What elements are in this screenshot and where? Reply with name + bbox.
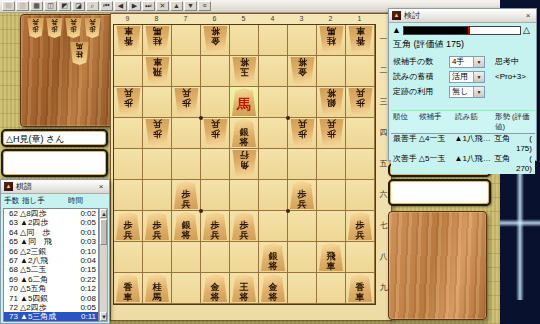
- board-view-icon[interactable]: ◫: [44, 1, 57, 11]
- shogi-piece-sente-歩兵[interactable]: 歩兵: [203, 212, 228, 240]
- table-cell: 次善手: [391, 154, 419, 174]
- piece-kanji: 兵: [298, 200, 307, 210]
- shogi-piece-gote-歩兵[interactable]: 歩兵: [65, 18, 82, 38]
- evaluation-bar: [403, 26, 521, 35]
- square-92[interactable]: [114, 56, 143, 87]
- kifu-cell: 66: [5, 247, 20, 256]
- shogi-piece-gote-桂馬[interactable]: 桂馬: [145, 26, 170, 54]
- square-12[interactable]: [346, 56, 375, 87]
- piece-kanji: 兵: [153, 231, 162, 241]
- piece-kanji: 歩: [211, 129, 220, 139]
- new-game-icon[interactable]: ▤: [2, 1, 15, 11]
- shogi-piece-sente-飛車[interactable]: 飛車: [319, 243, 344, 271]
- gote-comment-box: [1, 149, 108, 177]
- shogi-piece-sente-香車[interactable]: 香車: [348, 274, 373, 302]
- square-59[interactable]: 王将: [230, 273, 259, 304]
- square-23[interactable]: 銀将: [317, 87, 346, 118]
- square-35[interactable]: [288, 149, 317, 180]
- piece-kanji: 玉: [240, 67, 249, 77]
- piece-kanji: 兵: [182, 200, 191, 210]
- table-cell: ▲1八飛…: [454, 154, 494, 174]
- table-cell: ( 270): [516, 154, 535, 174]
- square-43[interactable]: [259, 87, 288, 118]
- piece-kanji: 兵: [298, 119, 307, 129]
- square-88[interactable]: [143, 242, 172, 273]
- candidate-row[interactable]: 最善手△4一玉▲1八飛…互角( 175): [391, 134, 535, 154]
- piece-kanji: 将: [240, 138, 249, 148]
- piece-kanji: 香: [356, 36, 365, 46]
- square-61[interactable]: 金将: [201, 25, 230, 56]
- piece-kanji: 桂: [327, 36, 336, 46]
- kifu-cell: 68: [5, 265, 20, 274]
- square-86[interactable]: [143, 180, 172, 211]
- shogi-piece-gote-玉将[interactable]: 玉将: [232, 57, 257, 85]
- analysis-title: 検討: [404, 10, 520, 21]
- square-28[interactable]: 飛車: [317, 242, 346, 273]
- kifu-move-row[interactable]: 62△8四歩0:02: [4, 209, 98, 218]
- square-69[interactable]: 金将: [201, 273, 230, 304]
- kifu-scrollbar[interactable]: ▲ ▼: [99, 208, 108, 322]
- square-53[interactable]: 馬: [230, 87, 259, 118]
- kifu-cell: 0:12: [76, 284, 97, 293]
- square-75[interactable]: [172, 149, 201, 180]
- kifu-cell: 71: [5, 294, 20, 303]
- shogi-piece-sente-歩兵[interactable]: 歩兵: [290, 181, 315, 209]
- piece-kanji: 将: [240, 293, 249, 303]
- shogi-piece-gote-歩兵[interactable]: 歩兵: [27, 18, 44, 38]
- piece-kanji: 兵: [89, 18, 96, 25]
- analysis-control-row: 候補手の数4手▼思考中: [389, 54, 536, 69]
- square-93[interactable]: 歩兵: [114, 87, 143, 118]
- shogi-piece-gote-歩兵[interactable]: 歩兵: [84, 18, 101, 38]
- shogi-piece-gote-金将[interactable]: 金将: [203, 26, 228, 54]
- square-36[interactable]: 歩兵: [288, 180, 317, 211]
- piece-kanji: 馬: [76, 42, 83, 50]
- square-73[interactable]: 歩兵: [172, 87, 201, 118]
- shogi-piece-sente-馬[interactable]: 馬: [232, 88, 257, 116]
- kifu-window-icon: ▲: [4, 182, 13, 191]
- evaluation-bar-row: ▲ △: [389, 23, 536, 36]
- kifu-move-row[interactable]: 72△2四歩0:05: [4, 303, 98, 312]
- square-95[interactable]: [114, 149, 143, 180]
- square-91[interactable]: 香車: [114, 25, 143, 56]
- kifu-move-row[interactable]: 68△5二玉0:15: [4, 265, 98, 274]
- square-39[interactable]: [288, 273, 317, 304]
- piece-kanji: 車: [153, 57, 162, 67]
- table-header-cell: 読み筋: [455, 112, 495, 132]
- square-56[interactable]: [230, 180, 259, 211]
- kifu-cell: 63: [5, 218, 20, 227]
- file-label: 3: [287, 14, 316, 24]
- analysis-window-icon: ▲: [392, 11, 401, 20]
- piece-kanji: 兵: [51, 18, 58, 25]
- kifu-cell: △同 歩: [20, 228, 76, 237]
- square-47[interactable]: [259, 211, 288, 242]
- table-cell: 互角: [494, 154, 516, 174]
- desktop-light-beam: [498, 219, 540, 227]
- file-label: 6: [200, 14, 229, 24]
- kifu-move-row[interactable]: 69▲6二角0:22: [4, 275, 98, 284]
- kifu-cell: 0:03: [76, 237, 97, 246]
- square-89[interactable]: 桂馬: [143, 273, 172, 304]
- kifu-title: 棋譜: [16, 181, 93, 192]
- save-icon[interactable]: ▦: [30, 1, 43, 11]
- kifu-move-row[interactable]: 65▲同 飛0:03: [4, 237, 98, 246]
- square-79[interactable]: [172, 273, 201, 304]
- board-panel: 987654321 香車桂馬金将桂馬香車飛車玉将金将歩兵歩兵馬銀将歩兵歩兵歩兵銀…: [110, 13, 392, 321]
- square-49[interactable]: 金将: [259, 273, 288, 304]
- square-24[interactable]: 歩兵: [317, 118, 346, 149]
- file-label: 4: [258, 14, 287, 24]
- square-63[interactable]: [201, 87, 230, 118]
- shogi-piece-gote-歩兵[interactable]: 歩兵: [290, 119, 315, 147]
- kifu-move-row[interactable]: 67▲2八飛0:04: [4, 256, 98, 265]
- square-22[interactable]: [317, 56, 346, 87]
- chevron-down-icon[interactable]: ▼: [473, 57, 484, 67]
- kifu-move-row[interactable]: 63▲2四歩0:05: [4, 218, 98, 227]
- evaluation-fill: [404, 27, 469, 34]
- hoshi-dot: [199, 209, 203, 213]
- kifu-titlebar[interactable]: ▲ 棋譜 ×: [1, 180, 109, 194]
- square-67[interactable]: 歩兵: [201, 211, 230, 242]
- control-label: 候補手の数: [393, 56, 445, 67]
- piece-kanji: 金: [298, 67, 307, 77]
- shogi-piece-gote-歩兵[interactable]: 歩兵: [116, 88, 141, 116]
- shogi-piece-sente-歩兵[interactable]: 歩兵: [145, 212, 170, 240]
- control-dropdown[interactable]: 無し▼: [449, 86, 485, 98]
- piece-kanji: 兵: [211, 119, 220, 129]
- piece-kanji: 兵: [240, 231, 249, 241]
- shogi-piece-sente-銀将[interactable]: 銀将: [261, 243, 286, 271]
- table-header-cell: 候補手: [419, 112, 455, 132]
- kifu-cell: 72: [5, 303, 20, 312]
- kifu-cell: △2三銀: [20, 247, 76, 256]
- square-66[interactable]: [201, 180, 230, 211]
- square-65[interactable]: [201, 149, 230, 180]
- square-64[interactable]: 歩兵: [201, 118, 230, 149]
- gote-triangle-icon: △: [523, 26, 530, 35]
- table-cell: ▲1八飛…: [454, 134, 494, 154]
- shogi-piece-sente-銀将[interactable]: 銀将: [232, 119, 257, 147]
- chevron-down-icon[interactable]: ▼: [473, 72, 484, 82]
- candidate-row[interactable]: 次善手△5一玉▲1八飛…互角( 270): [391, 154, 535, 174]
- analysis-control-row: 定跡の利用無し▼: [389, 84, 536, 99]
- square-58[interactable]: [230, 242, 259, 273]
- shogi-piece-gote-銀将[interactable]: 銀将: [319, 88, 344, 116]
- analysis-status: <Pro+3>: [489, 72, 526, 81]
- piece-kanji: 将: [211, 26, 220, 36]
- piece-kanji: 角: [240, 160, 249, 170]
- square-98[interactable]: [114, 242, 143, 273]
- shogi-piece-sente-歩兵[interactable]: 歩兵: [232, 212, 257, 240]
- square-84[interactable]: 歩兵: [143, 118, 172, 149]
- scroll-thumb[interactable]: [100, 219, 107, 245]
- stop-icon[interactable]: ✕: [156, 1, 169, 11]
- piece-kanji: 桂: [76, 50, 83, 58]
- square-94[interactable]: [114, 118, 143, 149]
- sente-komadai: [388, 211, 487, 320]
- square-41[interactable]: [259, 25, 288, 56]
- square-55[interactable]: 角行: [230, 149, 259, 180]
- kifu-cell: △2四歩: [20, 303, 76, 312]
- square-16[interactable]: [346, 180, 375, 211]
- kifu-move-list: 62△8四歩0:0263▲2四歩0:0564△同 歩0:0165▲同 飛0:03…: [3, 208, 99, 322]
- shogi-piece-sente-歩兵[interactable]: 歩兵: [116, 212, 141, 240]
- dropdown-value: 無し: [450, 87, 473, 97]
- file-label: 2: [316, 14, 345, 24]
- shogi-piece-sente-歩兵[interactable]: 歩兵: [174, 181, 199, 209]
- square-18[interactable]: [346, 242, 375, 273]
- piece-kanji: 将: [269, 293, 278, 303]
- control-label: 定跡の利用: [393, 86, 445, 97]
- hoshi-dot: [199, 116, 203, 120]
- file-label: 8: [142, 14, 171, 24]
- first-move-icon[interactable]: ⏮: [100, 1, 113, 11]
- menu-icon[interactable]: ≡: [198, 1, 211, 11]
- shogi-piece-sente-金将[interactable]: 金将: [261, 274, 286, 302]
- kifu-close-icon[interactable]: ×: [96, 182, 106, 192]
- kifu-move-row[interactable]: 66△2三銀0:10: [4, 247, 98, 256]
- piece-kanji: 香: [124, 36, 133, 46]
- sente-comment-box: [388, 179, 491, 206]
- shogi-piece-gote-角行[interactable]: 角行: [232, 150, 257, 178]
- square-78[interactable]: [172, 242, 201, 273]
- hoshi-dot: [286, 116, 290, 120]
- square-87[interactable]: 歩兵: [143, 211, 172, 242]
- kifu-cell: ▲同 飛: [20, 237, 76, 246]
- piece-view-icon[interactable]: ◩: [58, 1, 71, 11]
- kifu-header-move: 指し手: [22, 196, 68, 206]
- piece-kanji: 将: [269, 262, 278, 272]
- evaluation-text: 互角 (評価値 175): [389, 36, 536, 54]
- kifu-cell: 0:02: [76, 209, 97, 218]
- kifu-cell: 64: [5, 228, 20, 237]
- square-97[interactable]: 歩兵: [114, 211, 143, 242]
- square-27[interactable]: [317, 211, 346, 242]
- kifu-cell: ▲2八飛: [20, 256, 76, 265]
- square-48[interactable]: 銀将: [259, 242, 288, 273]
- control-dropdown[interactable]: 4手▼: [449, 56, 485, 68]
- table-cell: △4一玉: [419, 134, 455, 154]
- shogi-piece-gote-歩兵[interactable]: 歩兵: [174, 88, 199, 116]
- analysis-window: ▲ 検討 × ▲ △ 互角 (評価値 175) 候補手の数4手▼思考中読みの蓄積…: [388, 8, 537, 161]
- sente-triangle-icon: ▲: [392, 26, 401, 35]
- square-14[interactable]: [346, 118, 375, 149]
- hoshi-dot: [286, 209, 290, 213]
- kifu-cell: ▲5四銀: [20, 294, 76, 303]
- square-72[interactable]: [172, 56, 201, 87]
- piece-kanji: 兵: [327, 119, 336, 129]
- piece-kanji: 馬: [237, 96, 251, 116]
- last-move-icon[interactable]: ⏭: [142, 1, 155, 11]
- square-46[interactable]: [259, 180, 288, 211]
- piece-kanji: 歩: [153, 129, 162, 139]
- table-cell: 最善手: [391, 134, 419, 154]
- square-13[interactable]: 歩兵: [346, 87, 375, 118]
- kifu-cell: 67: [5, 256, 20, 265]
- prev-move-icon[interactable]: ◀: [114, 1, 127, 11]
- square-96[interactable]: [114, 180, 143, 211]
- square-37[interactable]: [288, 211, 317, 242]
- square-51[interactable]: [230, 25, 259, 56]
- analysis-close-icon[interactable]: ×: [523, 11, 533, 21]
- dropdown-value: 4手: [450, 57, 473, 67]
- kifu-cell: 0:22: [76, 275, 97, 284]
- square-19[interactable]: 香車: [346, 273, 375, 304]
- kifu-cell: ▲6二角: [20, 275, 76, 284]
- kifu-cell: 70: [5, 284, 20, 293]
- square-62[interactable]: [201, 56, 230, 87]
- kifu-cell: 73: [5, 312, 20, 321]
- gote-name: △H見(章) さん: [3, 131, 106, 148]
- square-11[interactable]: 香車: [346, 25, 375, 56]
- kifu-move-row[interactable]: 64△同 歩0:01: [4, 228, 98, 237]
- move-down-icon[interactable]: ▼: [184, 1, 197, 11]
- shogi-piece-gote-歩兵[interactable]: 歩兵: [145, 119, 170, 147]
- piece-kanji: 歩: [182, 98, 191, 108]
- shogi-piece-sente-金将[interactable]: 金将: [203, 274, 228, 302]
- piece-kanji: 兵: [124, 231, 133, 241]
- analysis-titlebar[interactable]: ▲ 検討 ×: [389, 9, 536, 23]
- square-83[interactable]: [143, 87, 172, 118]
- kifu-cell: ▲5三角成: [20, 312, 76, 321]
- shogi-piece-sente-香車[interactable]: 香車: [116, 274, 141, 302]
- shogi-piece-gote-歩兵[interactable]: 歩兵: [46, 18, 63, 38]
- kifu-move-row[interactable]: 70△5五角0:12: [4, 284, 98, 293]
- square-52[interactable]: 玉将: [230, 56, 259, 87]
- square-34[interactable]: 歩兵: [288, 118, 317, 149]
- candidate-table: 順位候補手読み筋形勢 (評価値)最善手△4一玉▲1八飛…互角( 175)次善手△…: [391, 110, 535, 174]
- kifu-cell: △5五角: [20, 284, 76, 293]
- shogi-piece-sente-銀将[interactable]: 銀将: [174, 212, 199, 240]
- piece-kanji: 車: [356, 293, 365, 303]
- scroll-down-icon[interactable]: ▼: [100, 312, 107, 321]
- shogi-piece-gote-金将[interactable]: 金将: [290, 57, 315, 85]
- square-71[interactable]: [172, 25, 201, 56]
- square-25[interactable]: [317, 149, 346, 180]
- square-44[interactable]: [259, 118, 288, 149]
- file-label: 9: [113, 14, 142, 24]
- open-file-icon[interactable]: ▥: [16, 1, 29, 11]
- piece-kanji: 金: [211, 36, 220, 46]
- piece-kanji: 車: [356, 26, 365, 36]
- kifu-cell: △8四歩: [20, 209, 76, 218]
- square-17[interactable]: 歩兵: [346, 211, 375, 242]
- piece-kanji: 歩: [124, 98, 133, 108]
- gote-name-box: △H見(章) さん: [1, 129, 108, 147]
- table-cell: △5一玉: [419, 154, 455, 174]
- square-29[interactable]: [317, 273, 346, 304]
- piece-kanji: 歩: [298, 129, 307, 139]
- shogi-piece-gote-桂馬[interactable]: 桂馬: [70, 42, 89, 65]
- piece-kanji: 馬: [153, 293, 162, 303]
- flip-board-icon[interactable]: ◪: [72, 1, 85, 11]
- kifu-cell: 0:04: [76, 256, 97, 265]
- piece-kanji: 飛: [153, 67, 162, 77]
- move-up-icon[interactable]: ▲: [170, 1, 183, 11]
- shogi-piece-sente-桂馬[interactable]: 桂馬: [145, 274, 170, 302]
- piece-kanji: 桂: [153, 36, 162, 46]
- file-coordinates: 987654321: [113, 14, 374, 24]
- kifu-cell: ▲2四歩: [20, 218, 76, 227]
- kifu-header-moveno: 手数: [4, 196, 22, 206]
- kifu-window: ▲ 棋譜 × 手数 指し手 時間 62△8四歩0:0263▲2四歩0:0564△…: [0, 179, 110, 324]
- file-label: 1: [345, 14, 374, 24]
- square-21[interactable]: 桂馬: [317, 25, 346, 56]
- kifu-move-row[interactable]: 73▲5三角成0:11: [4, 312, 98, 321]
- piece-kanji: 車: [124, 26, 133, 36]
- square-57[interactable]: 歩兵: [230, 211, 259, 242]
- shogi-piece-sente-歩兵[interactable]: 歩兵: [348, 212, 373, 240]
- square-32[interactable]: 金将: [288, 56, 317, 87]
- square-31[interactable]: [288, 25, 317, 56]
- square-76[interactable]: 歩兵: [172, 180, 201, 211]
- kifu-cell: 0:15: [76, 265, 97, 274]
- search-icon[interactable]: ⌕: [86, 1, 99, 11]
- piece-kanji: 歩: [70, 25, 77, 32]
- kifu-move-row[interactable]: 71▲5四銀0:08: [4, 294, 98, 303]
- candidate-table-header: 順位候補手読み筋形勢 (評価値): [391, 110, 535, 134]
- kifu-cell: △5二玉: [20, 265, 76, 274]
- square-26[interactable]: [317, 180, 346, 211]
- square-77[interactable]: 銀将: [172, 211, 201, 242]
- shogi-piece-gote-飛車[interactable]: 飛車: [145, 57, 170, 85]
- piece-kanji: 歩: [51, 25, 58, 32]
- table-header-cell: 順位: [391, 112, 419, 132]
- square-54[interactable]: 銀将: [230, 118, 259, 149]
- square-74[interactable]: [172, 118, 201, 149]
- piece-kanji: 将: [327, 88, 336, 98]
- square-38[interactable]: [288, 242, 317, 273]
- kifu-cell: 0:10: [76, 247, 97, 256]
- square-15[interactable]: [346, 149, 375, 180]
- shogi-piece-gote-歩兵[interactable]: 歩兵: [319, 119, 344, 147]
- piece-kanji: 馬: [327, 26, 336, 36]
- piece-kanji: 兵: [124, 88, 133, 98]
- control-label: 読みの蓄積: [393, 71, 445, 82]
- analysis-controls: 候補手の数4手▼思考中読みの蓄積活用▼<Pro+3>定跡の利用無し▼: [389, 54, 536, 99]
- piece-kanji: 将: [211, 293, 220, 303]
- file-label: 7: [171, 14, 200, 24]
- shogi-piece-gote-歩兵[interactable]: 歩兵: [203, 119, 228, 147]
- kifu-cell: 0:01: [76, 228, 97, 237]
- piece-kanji: 兵: [182, 88, 191, 98]
- kifu-cell: 69: [5, 275, 20, 284]
- piece-kanji: 兵: [356, 231, 365, 241]
- shogi-piece-gote-香車[interactable]: 香車: [348, 26, 373, 54]
- square-81[interactable]: 桂馬: [143, 25, 172, 56]
- analysis-status: 思考中: [489, 56, 519, 67]
- square-82[interactable]: 飛車: [143, 56, 172, 87]
- table-cell: ( 175): [516, 134, 535, 154]
- square-42[interactable]: [259, 56, 288, 87]
- shogi-piece-gote-香車[interactable]: 香車: [116, 26, 141, 54]
- shogi-piece-sente-王将[interactable]: 王将: [232, 274, 257, 302]
- square-99[interactable]: 香車: [114, 273, 143, 304]
- control-dropdown[interactable]: 活用▼: [449, 71, 485, 83]
- piece-kanji: 馬: [153, 26, 162, 36]
- square-85[interactable]: [143, 149, 172, 180]
- shogi-piece-gote-歩兵[interactable]: 歩兵: [348, 88, 373, 116]
- square-33[interactable]: [288, 87, 317, 118]
- shogi-piece-gote-桂馬[interactable]: 桂馬: [319, 26, 344, 54]
- piece-kanji: 兵: [211, 231, 220, 241]
- scroll-up-icon[interactable]: ▲: [100, 209, 107, 218]
- square-68[interactable]: [201, 242, 230, 273]
- next-move-icon[interactable]: ▶: [128, 1, 141, 11]
- chevron-down-icon[interactable]: ▼: [473, 87, 484, 97]
- square-45[interactable]: [259, 149, 288, 180]
